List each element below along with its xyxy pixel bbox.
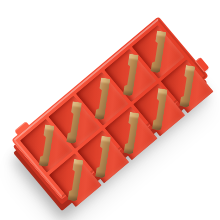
product-photo bbox=[0, 0, 220, 220]
carbide-insert bbox=[151, 88, 167, 131]
box-latch-tab bbox=[195, 57, 209, 72]
carbide-insert bbox=[67, 159, 83, 202]
carbide-insert bbox=[179, 65, 195, 108]
carbide-insert bbox=[66, 101, 82, 144]
carbide-insert bbox=[122, 54, 138, 97]
insert-storage-box bbox=[11, 16, 208, 199]
carbide-insert bbox=[94, 77, 110, 120]
compartment-grid bbox=[20, 25, 200, 191]
carbide-insert bbox=[150, 30, 166, 73]
carbide-insert bbox=[95, 135, 111, 178]
carbide-insert bbox=[123, 112, 139, 155]
carbide-insert bbox=[38, 124, 54, 167]
